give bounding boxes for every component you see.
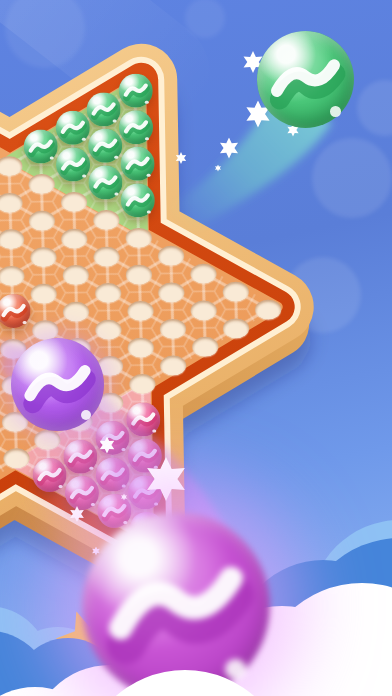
green-marble[interactable]: [121, 183, 155, 217]
board-hole: [33, 356, 59, 376]
green-marble[interactable]: [89, 165, 123, 199]
board-hole: [159, 282, 185, 302]
green-marble[interactable]: [55, 111, 89, 145]
green-marble[interactable]: [120, 146, 154, 180]
board-hole: [3, 448, 29, 468]
purple-glow: [25, 405, 175, 555]
board-hole: [96, 319, 122, 339]
board-hole: [1, 375, 27, 395]
marble-swirl-icon: [55, 111, 89, 145]
green-marble[interactable]: [87, 92, 121, 126]
red-marble[interactable]: [0, 294, 30, 328]
board-hole: [0, 192, 23, 212]
green-marble[interactable]: [24, 129, 58, 163]
board-hole: [127, 301, 153, 321]
board-hole: [0, 156, 22, 176]
marble-swirl-icon: [89, 165, 123, 199]
board-hole: [192, 337, 218, 357]
marble-swirl-icon: [24, 129, 58, 163]
board-hole: [222, 281, 248, 301]
board-hole: [0, 229, 24, 249]
board-hole: [61, 192, 87, 212]
board-hole: [32, 320, 58, 340]
marble-swirl-icon: [0, 294, 30, 328]
board-hole: [64, 338, 90, 358]
board-hole: [30, 247, 56, 267]
board-hole: [28, 174, 54, 194]
board-hole: [191, 300, 217, 320]
board-hole: [126, 264, 152, 284]
marble-swirl-icon: [87, 92, 121, 126]
marble-swirl-icon: [121, 183, 155, 217]
green-marble[interactable]: [88, 129, 122, 163]
board-hole: [158, 246, 184, 266]
board-hole: [94, 246, 120, 266]
board-hole: [255, 299, 281, 319]
board-hole: [223, 318, 249, 338]
board-hole: [190, 264, 216, 284]
board-hole: [97, 356, 123, 376]
board-hole: [125, 228, 151, 248]
board-hole: [93, 210, 119, 230]
board-hole: [65, 374, 91, 394]
board-hole: [31, 283, 57, 303]
marble-swirl-icon: [88, 129, 122, 163]
board-hole: [62, 265, 88, 285]
board-hole: [159, 319, 185, 339]
board-hole: [63, 301, 89, 321]
green-marble[interactable]: [118, 73, 152, 107]
board-hole: [0, 339, 26, 359]
game-scene: [0, 0, 392, 696]
board-hole: [128, 337, 154, 357]
board-hole: [61, 228, 87, 248]
board-hole: [0, 265, 25, 285]
board-hole: [160, 355, 186, 375]
board-hole: [34, 393, 60, 413]
board-hole: [2, 412, 28, 432]
board-hole: [29, 210, 55, 230]
marble-swirl-icon: [120, 146, 154, 180]
green-marble[interactable]: [119, 110, 153, 144]
marble-swirl-icon: [119, 110, 153, 144]
marble-swirl-icon: [56, 147, 90, 181]
board-hole: [129, 374, 155, 394]
marble-swirl-icon: [118, 73, 152, 107]
board-hole: [95, 283, 121, 303]
green-marble[interactable]: [56, 147, 90, 181]
